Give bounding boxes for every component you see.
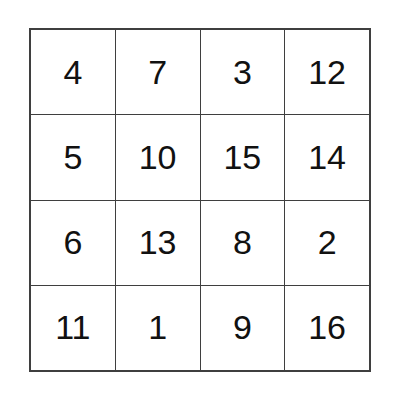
grid-cell-r4c4[interactable]: 16 [285, 286, 369, 370]
grid-cell-r3c2[interactable]: 13 [116, 201, 200, 285]
grid-cell-r3c3[interactable]: 8 [201, 201, 285, 285]
grid-cell-r3c1[interactable]: 6 [31, 201, 115, 285]
grid-cell-r3c4[interactable]: 2 [285, 201, 369, 285]
grid-cell-r2c4[interactable]: 14 [285, 115, 369, 199]
grid-cell-r1c2[interactable]: 7 [116, 30, 200, 114]
grid-cell-r2c1[interactable]: 5 [31, 115, 115, 199]
grid-cell-r4c2[interactable]: 1 [116, 286, 200, 370]
grid-cell-r1c4[interactable]: 12 [285, 30, 369, 114]
grid-cell-r1c1[interactable]: 4 [31, 30, 115, 114]
grid-cell-r2c3[interactable]: 15 [201, 115, 285, 199]
grid-cell-r4c1[interactable]: 11 [31, 286, 115, 370]
grid-cell-r2c2[interactable]: 10 [116, 115, 200, 199]
page: 47312510151461382111916 [0, 0, 400, 400]
grid-cell-r1c3[interactable]: 3 [201, 30, 285, 114]
number-grid-board: 47312510151461382111916 [29, 28, 371, 372]
grid-cell-r4c3[interactable]: 9 [201, 286, 285, 370]
